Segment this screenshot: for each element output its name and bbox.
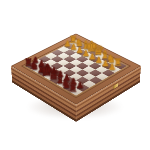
brass-latch-icon <box>113 83 118 89</box>
scene: ♜♞♝♚♛♝♞♜♟♟♟♟♟♟♟♟♟♟♟♟♟♟♟♟♜♞♝♚♛♝♞♜ <box>0 0 150 150</box>
piece-white-pawn-a2[interactable]: ♟ <box>108 62 116 71</box>
wooden-chess-box: ♜♞♝♚♛♝♞♜♟♟♟♟♟♟♟♟♟♟♟♟♟♟♟♟♜♞♝♚♛♝♞♜ <box>11 34 141 105</box>
piece-black-rook-a8[interactable]: ♜ <box>68 83 78 94</box>
chess-set-product-photo[interactable]: ♜♞♝♚♛♝♞♜♟♟♟♟♟♟♟♟♟♟♟♟♟♟♟♟♜♞♝♚♛♝♞♜ <box>0 0 150 150</box>
